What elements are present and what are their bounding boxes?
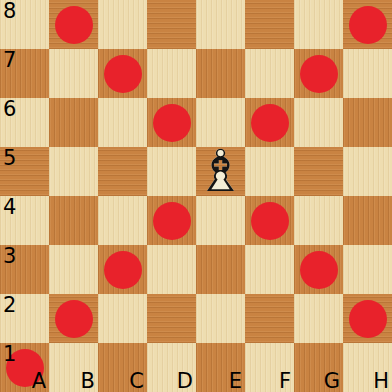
- square-e5[interactable]: ♝♗: [196, 147, 245, 196]
- square-b2[interactable]: [49, 294, 98, 343]
- square-a5[interactable]: 5: [0, 147, 49, 196]
- square-g1[interactable]: G: [294, 343, 343, 392]
- file-label-F: F: [279, 370, 291, 392]
- square-h7[interactable]: [343, 49, 392, 98]
- square-g6[interactable]: [294, 98, 343, 147]
- square-g8[interactable]: [294, 0, 343, 49]
- white-bishop-outline-glyph: ♗: [196, 147, 245, 196]
- square-c8[interactable]: [98, 0, 147, 49]
- file-label-B: B: [81, 370, 95, 392]
- square-h5[interactable]: [343, 147, 392, 196]
- square-e7[interactable]: [196, 49, 245, 98]
- square-a4[interactable]: 4: [0, 196, 49, 245]
- file-label-D: D: [177, 370, 193, 392]
- attacked-square-marker: [153, 202, 191, 240]
- square-f4[interactable]: [245, 196, 294, 245]
- attacked-square-marker: [251, 104, 289, 142]
- square-h8[interactable]: [343, 0, 392, 49]
- square-d4[interactable]: [147, 196, 196, 245]
- square-b4[interactable]: [49, 196, 98, 245]
- attacked-square-marker: [349, 6, 387, 44]
- file-label-H: H: [373, 370, 389, 392]
- square-b3[interactable]: [49, 245, 98, 294]
- square-e8[interactable]: [196, 0, 245, 49]
- attacked-square-marker: [300, 251, 338, 289]
- rank-label-3: 3: [3, 246, 16, 267]
- square-g2[interactable]: [294, 294, 343, 343]
- square-a1[interactable]: 1A: [0, 343, 49, 392]
- square-b7[interactable]: [49, 49, 98, 98]
- file-label-G: G: [324, 370, 340, 392]
- square-a3[interactable]: 3: [0, 245, 49, 294]
- rank-label-5: 5: [3, 148, 16, 169]
- square-h1[interactable]: H: [343, 343, 392, 392]
- rank-label-8: 8: [3, 1, 16, 22]
- square-f8[interactable]: [245, 0, 294, 49]
- square-f3[interactable]: [245, 245, 294, 294]
- square-f5[interactable]: [245, 147, 294, 196]
- square-e4[interactable]: [196, 196, 245, 245]
- rank-label-6: 6: [3, 99, 16, 120]
- rank-label-2: 2: [3, 295, 16, 316]
- chess-board: 8765♝♗4321ABCDEFGH: [0, 0, 392, 392]
- attacked-square-marker: [153, 104, 191, 142]
- square-h6[interactable]: [343, 98, 392, 147]
- square-h4[interactable]: [343, 196, 392, 245]
- square-f2[interactable]: [245, 294, 294, 343]
- square-g5[interactable]: [294, 147, 343, 196]
- square-d7[interactable]: [147, 49, 196, 98]
- square-d5[interactable]: [147, 147, 196, 196]
- rank-label-4: 4: [3, 197, 16, 218]
- white-bishop[interactable]: ♝♗: [196, 147, 245, 196]
- square-c4[interactable]: [98, 196, 147, 245]
- square-f7[interactable]: [245, 49, 294, 98]
- square-d6[interactable]: [147, 98, 196, 147]
- square-c7[interactable]: [98, 49, 147, 98]
- file-label-C: C: [129, 370, 144, 392]
- attacked-square-marker: [55, 6, 93, 44]
- square-e1[interactable]: E: [196, 343, 245, 392]
- square-a2[interactable]: 2: [0, 294, 49, 343]
- square-e3[interactable]: [196, 245, 245, 294]
- attacked-square-marker: [55, 300, 93, 338]
- square-a7[interactable]: 7: [0, 49, 49, 98]
- square-b5[interactable]: [49, 147, 98, 196]
- square-c6[interactable]: [98, 98, 147, 147]
- attacked-square-marker: [251, 202, 289, 240]
- rank-label-1: 1: [3, 344, 16, 365]
- square-c3[interactable]: [98, 245, 147, 294]
- rank-label-7: 7: [3, 50, 16, 71]
- square-c2[interactable]: [98, 294, 147, 343]
- square-b6[interactable]: [49, 98, 98, 147]
- square-b8[interactable]: [49, 0, 98, 49]
- square-a6[interactable]: 6: [0, 98, 49, 147]
- square-d1[interactable]: D: [147, 343, 196, 392]
- square-f6[interactable]: [245, 98, 294, 147]
- file-label-A: A: [32, 370, 46, 392]
- square-d8[interactable]: [147, 0, 196, 49]
- file-label-E: E: [229, 370, 242, 392]
- square-b1[interactable]: B: [49, 343, 98, 392]
- square-g7[interactable]: [294, 49, 343, 98]
- square-d2[interactable]: [147, 294, 196, 343]
- attacked-square-marker: [104, 55, 142, 93]
- square-g4[interactable]: [294, 196, 343, 245]
- attacked-square-marker: [104, 251, 142, 289]
- square-c1[interactable]: C: [98, 343, 147, 392]
- square-d3[interactable]: [147, 245, 196, 294]
- square-c5[interactable]: [98, 147, 147, 196]
- square-h3[interactable]: [343, 245, 392, 294]
- attacked-square-marker: [300, 55, 338, 93]
- square-f1[interactable]: F: [245, 343, 294, 392]
- attacked-square-marker: [349, 300, 387, 338]
- square-g3[interactable]: [294, 245, 343, 294]
- square-a8[interactable]: 8: [0, 0, 49, 49]
- square-e2[interactable]: [196, 294, 245, 343]
- square-h2[interactable]: [343, 294, 392, 343]
